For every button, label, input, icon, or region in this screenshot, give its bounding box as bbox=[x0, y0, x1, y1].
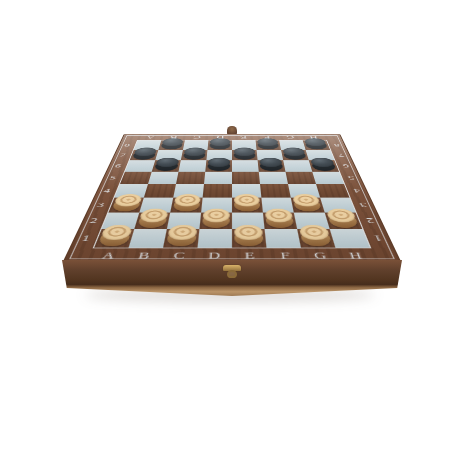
dark-checker-h6[interactable] bbox=[311, 161, 337, 171]
dark-checker-c7[interactable] bbox=[183, 151, 206, 160]
light-checker-a1[interactable] bbox=[97, 230, 131, 246]
file-label: F bbox=[255, 135, 279, 140]
file-label: D bbox=[196, 250, 232, 261]
rank-label: 5 bbox=[341, 172, 362, 184]
file-label: G bbox=[301, 250, 339, 261]
checker-top bbox=[259, 158, 283, 167]
light-checker-e1[interactable] bbox=[234, 230, 264, 246]
dark-checker-b6[interactable] bbox=[154, 161, 179, 171]
dark-checker-b8[interactable] bbox=[160, 141, 183, 149]
dark-checker-a7[interactable] bbox=[132, 151, 157, 160]
dark-checker-f8[interactable] bbox=[257, 141, 279, 149]
checker-top bbox=[265, 209, 294, 223]
file-label: H bbox=[301, 135, 326, 140]
light-checker-c3[interactable] bbox=[173, 199, 201, 212]
light-checker-c1[interactable] bbox=[166, 230, 197, 246]
product-photo: ABCDEFGH ABCDEFGH 87654321 87654321 bbox=[0, 0, 450, 450]
dark-checker-h8[interactable] bbox=[305, 141, 329, 149]
rank-label: 3 bbox=[352, 198, 376, 213]
file-label: G bbox=[278, 135, 302, 140]
clasp-hook bbox=[227, 270, 237, 278]
file-label: B bbox=[125, 250, 163, 261]
dark-checker-d8[interactable] bbox=[209, 141, 230, 149]
light-checker-f2[interactable] bbox=[265, 214, 294, 228]
file-label: F bbox=[267, 250, 304, 261]
file-labels-near: ABCDEFGH bbox=[89, 250, 375, 261]
rank-label: 4 bbox=[346, 184, 368, 198]
light-checker-h2[interactable] bbox=[327, 214, 359, 228]
light-checker-e3[interactable] bbox=[234, 199, 260, 212]
checker-top bbox=[234, 148, 256, 157]
file-label: E bbox=[232, 250, 268, 261]
file-label: B bbox=[161, 135, 185, 140]
light-checker-a3[interactable] bbox=[111, 199, 141, 212]
pieces-layer bbox=[94, 140, 370, 247]
dark-checker-e7[interactable] bbox=[234, 151, 256, 160]
brass-clasp bbox=[222, 265, 242, 279]
file-label: C bbox=[160, 250, 197, 261]
file-label: E bbox=[232, 135, 256, 140]
checker-top bbox=[208, 158, 231, 167]
checker-top bbox=[234, 194, 260, 206]
rank-label: 7 bbox=[332, 150, 351, 160]
dark-checker-g7[interactable] bbox=[283, 151, 307, 160]
light-checker-d2[interactable] bbox=[202, 214, 230, 228]
file-label: A bbox=[138, 135, 163, 140]
dark-checker-f6[interactable] bbox=[260, 161, 284, 171]
file-labels-far: ABCDEFGH bbox=[138, 135, 326, 140]
light-checker-g1[interactable] bbox=[300, 230, 333, 246]
file-label: D bbox=[208, 135, 232, 140]
light-checker-b2[interactable] bbox=[137, 214, 168, 228]
file-label: C bbox=[185, 135, 209, 140]
board-frame: ABCDEFGH ABCDEFGH 87654321 87654321 bbox=[64, 134, 400, 261]
file-label: A bbox=[89, 250, 128, 261]
checker-top bbox=[202, 209, 229, 223]
dark-checker-d6[interactable] bbox=[207, 161, 230, 171]
file-label: H bbox=[336, 250, 375, 261]
light-checker-g3[interactable] bbox=[293, 199, 322, 212]
board-plane: ABCDEFGH ABCDEFGH 87654321 87654321 bbox=[64, 134, 400, 261]
rank-label: 8 bbox=[328, 140, 346, 150]
rank-label: 6 bbox=[336, 160, 356, 171]
